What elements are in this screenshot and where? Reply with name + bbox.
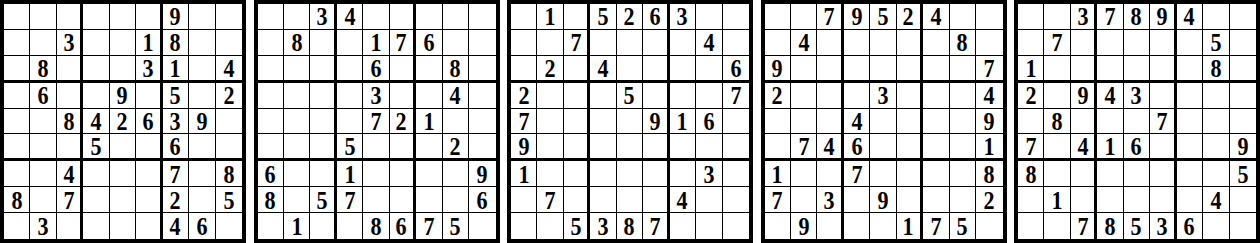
cell-r7c2[interactable] [284, 161, 310, 187]
cell-r1c6[interactable] [136, 4, 162, 30]
cell-r1c5[interactable] [363, 4, 389, 30]
cell-r7c3[interactable] [564, 161, 590, 187]
cell-r2c7[interactable] [923, 30, 949, 56]
cell-r5c4[interactable]: 4 [83, 109, 109, 135]
cell-r2c2[interactable]: 4 [791, 30, 817, 56]
cell-r9c8[interactable]: 5 [950, 213, 976, 239]
cell-r8c5[interactable] [363, 187, 389, 213]
cell-r5c5[interactable] [1124, 109, 1150, 135]
cell-r9c7[interactable] [670, 213, 696, 239]
cell-r3c5[interactable] [617, 56, 643, 83]
cell-r8c1[interactable]: 8 [258, 187, 284, 213]
cell-r4c8[interactable] [189, 83, 215, 109]
cell-r4c9[interactable]: 2 [216, 83, 242, 109]
cell-r2c6[interactable] [643, 30, 669, 56]
cell-r4c8[interactable] [950, 83, 976, 109]
cell-r3c5[interactable] [110, 56, 136, 83]
cell-r5c2[interactable] [284, 109, 310, 135]
cell-r4c4[interactable]: 4 [1097, 83, 1123, 109]
cell-r7c6[interactable] [1150, 161, 1176, 187]
cell-r3c4[interactable] [1097, 56, 1123, 83]
cell-r8c1[interactable] [511, 187, 537, 213]
cell-r3c5[interactable] [870, 56, 896, 83]
cell-r5c1[interactable] [258, 109, 284, 135]
cell-r8c9[interactable]: 6 [469, 187, 495, 213]
cell-r7c3[interactable]: 4 [57, 161, 83, 187]
cell-r2c1[interactable] [765, 30, 791, 56]
cell-r5c2[interactable] [791, 109, 817, 135]
cell-r9c4[interactable]: 8 [1097, 213, 1123, 239]
cell-r6c2[interactable]: 7 [791, 134, 817, 161]
cell-r9c6[interactable]: 6 [390, 213, 416, 239]
cell-r8c3[interactable]: 3 [817, 187, 843, 213]
cell-r9c6[interactable]: 7 [643, 213, 669, 239]
cell-r2c7[interactable] [1177, 30, 1203, 56]
cell-r7c9[interactable]: 8 [976, 161, 1002, 187]
cell-r8c4[interactable] [844, 187, 870, 213]
cell-r4c9[interactable] [469, 83, 495, 109]
cell-r2c2[interactable] [30, 30, 56, 56]
cell-r9c1[interactable] [258, 213, 284, 239]
cell-r9c1[interactable] [4, 213, 30, 239]
cell-r8c8[interactable] [189, 187, 215, 213]
cell-r2c6[interactable]: 1 [136, 30, 162, 56]
cell-r9c9[interactable] [976, 213, 1002, 239]
cell-r8c8[interactable] [443, 187, 469, 213]
cell-r5c3[interactable] [1071, 109, 1097, 135]
cell-r4c8[interactable] [1203, 83, 1229, 109]
cell-r5c8[interactable] [443, 109, 469, 135]
cell-r5c2[interactable]: 8 [1044, 109, 1070, 135]
cell-r4c9[interactable]: 4 [976, 83, 1002, 109]
cell-r9c7[interactable]: 6 [1177, 213, 1203, 239]
cell-r7c5[interactable] [1124, 161, 1150, 187]
cell-r3c1[interactable] [4, 56, 30, 83]
cell-r3c7[interactable] [670, 56, 696, 83]
cell-r7c1[interactable] [4, 161, 30, 187]
cell-r9c3[interactable]: 7 [1071, 213, 1097, 239]
cell-r7c6[interactable] [390, 161, 416, 187]
cell-r6c9[interactable]: 9 [1230, 134, 1256, 161]
cell-r3c8[interactable] [950, 56, 976, 83]
cell-r9c5[interactable] [870, 213, 896, 239]
cell-r8c4[interactable]: 7 [337, 187, 363, 213]
cell-r2c3[interactable] [310, 30, 336, 56]
cell-r6c4[interactable]: 5 [337, 134, 363, 161]
cell-r3c1[interactable] [511, 56, 537, 83]
cell-r3c1[interactable]: 9 [765, 56, 791, 83]
cell-r1c2[interactable] [284, 4, 310, 30]
cell-r4c6[interactable] [643, 83, 669, 109]
cell-r1c3[interactable]: 7 [817, 4, 843, 30]
cell-r9c9[interactable] [469, 213, 495, 239]
cell-r9c4[interactable]: 3 [590, 213, 616, 239]
cell-r2c4[interactable] [844, 30, 870, 56]
cell-r2c5[interactable] [617, 30, 643, 56]
cell-r7c8[interactable] [189, 161, 215, 187]
cell-r4c4[interactable] [337, 83, 363, 109]
cell-r5c8[interactable] [950, 109, 976, 135]
cell-r1c5[interactable] [110, 4, 136, 30]
cell-r9c8[interactable] [696, 213, 722, 239]
cell-r9c5[interactable] [110, 213, 136, 239]
cell-r2c5[interactable] [110, 30, 136, 56]
cell-r9c2[interactable] [537, 213, 563, 239]
cell-r8c7[interactable]: 2 [163, 187, 189, 213]
cell-r6c7[interactable] [1177, 134, 1203, 161]
cell-r2c6[interactable]: 7 [390, 30, 416, 56]
cell-r7c5[interactable] [110, 161, 136, 187]
cell-r5c2[interactable] [537, 109, 563, 135]
cell-r3c9[interactable]: 4 [216, 56, 242, 83]
cell-r3c8[interactable]: 8 [443, 56, 469, 83]
cell-r1c1[interactable] [4, 4, 30, 30]
cell-r7c4[interactable] [83, 161, 109, 187]
cell-r4c6[interactable] [136, 83, 162, 109]
cell-r4c1[interactable] [258, 83, 284, 109]
cell-r1c5[interactable]: 8 [1124, 4, 1150, 30]
cell-r5c3[interactable]: 8 [57, 109, 83, 135]
cell-r1c5[interactable]: 5 [870, 4, 896, 30]
cell-r5c4[interactable]: 4 [844, 109, 870, 135]
cell-r4c1[interactable]: 2 [765, 83, 791, 109]
cell-r4c2[interactable] [1044, 83, 1070, 109]
cell-r6c3[interactable] [310, 134, 336, 161]
cell-r3c2[interactable]: 2 [537, 56, 563, 83]
cell-r6c2[interactable] [284, 134, 310, 161]
cell-r4c7[interactable] [670, 83, 696, 109]
cell-r5c8[interactable]: 6 [696, 109, 722, 135]
cell-r4c2[interactable]: 6 [30, 83, 56, 109]
cell-r8c9[interactable] [1230, 187, 1256, 213]
cell-r3c6[interactable] [643, 56, 669, 83]
cell-r4c2[interactable] [284, 83, 310, 109]
cell-r3c9[interactable] [1230, 56, 1256, 83]
cell-r4c3[interactable] [564, 83, 590, 109]
cell-r5c8[interactable] [1203, 109, 1229, 135]
cell-r6c4[interactable]: 5 [83, 134, 109, 161]
cell-r8c5[interactable] [1124, 187, 1150, 213]
cell-r3c5[interactable] [1124, 56, 1150, 83]
cell-r2c3[interactable]: 7 [564, 30, 590, 56]
cell-r4c2[interactable] [537, 83, 563, 109]
cell-r6c6[interactable] [897, 134, 923, 161]
cell-r9c8[interactable] [1203, 213, 1229, 239]
cell-r9c7[interactable]: 4 [163, 213, 189, 239]
cell-r4c1[interactable]: 2 [1018, 83, 1044, 109]
cell-r2c1[interactable] [511, 30, 537, 56]
cell-r5c1[interactable]: 7 [511, 109, 537, 135]
cell-r6c8[interactable] [1203, 134, 1229, 161]
cell-r7c7[interactable] [923, 161, 949, 187]
cell-r7c2[interactable] [537, 161, 563, 187]
cell-r8c2[interactable]: 7 [537, 187, 563, 213]
cell-r4c7[interactable]: 5 [163, 83, 189, 109]
cell-r5c1[interactable] [4, 109, 30, 135]
cell-r1c2[interactable] [791, 4, 817, 30]
cell-r2c8[interactable]: 8 [950, 30, 976, 56]
cell-r1c1[interactable] [765, 4, 791, 30]
cell-r3c7[interactable] [1177, 56, 1203, 83]
cell-r8c6[interactable] [643, 187, 669, 213]
cell-r2c8[interactable] [443, 30, 469, 56]
cell-r9c5[interactable]: 8 [363, 213, 389, 239]
cell-r7c3[interactable] [817, 161, 843, 187]
cell-r9c3[interactable] [310, 213, 336, 239]
cell-r2c7[interactable] [670, 30, 696, 56]
cell-r3c3[interactable] [817, 56, 843, 83]
cell-r2c5[interactable] [870, 30, 896, 56]
cell-r2c4[interactable] [590, 30, 616, 56]
cell-r1c5[interactable]: 2 [617, 4, 643, 30]
cell-r5c9[interactable] [216, 109, 242, 135]
cell-r2c6[interactable] [1150, 30, 1176, 56]
cell-r2c9[interactable] [1230, 30, 1256, 56]
cell-r9c2[interactable] [1044, 213, 1070, 239]
cell-r9c4[interactable] [83, 213, 109, 239]
cell-r3c1[interactable] [258, 56, 284, 83]
cell-r2c7[interactable]: 8 [163, 30, 189, 56]
cell-r7c1[interactable]: 1 [511, 161, 537, 187]
cell-r6c8[interactable] [950, 134, 976, 161]
cell-r4c8[interactable] [696, 83, 722, 109]
cell-r4c5[interactable]: 3 [363, 83, 389, 109]
cell-r5c7[interactable]: 1 [670, 109, 696, 135]
cell-r2c3[interactable] [1071, 30, 1097, 56]
cell-r2c9[interactable] [976, 30, 1002, 56]
cell-r1c8[interactable] [189, 4, 215, 30]
cell-r6c2[interactable] [1044, 134, 1070, 161]
cell-r8c1[interactable] [1018, 187, 1044, 213]
cell-r2c7[interactable]: 6 [416, 30, 442, 56]
cell-r3c9[interactable]: 7 [976, 56, 1002, 83]
cell-r8c3[interactable]: 5 [310, 187, 336, 213]
cell-r9c2[interactable]: 9 [791, 213, 817, 239]
cell-r6c8[interactable] [696, 134, 722, 161]
cell-r6c5[interactable] [110, 134, 136, 161]
cell-r3c9[interactable] [469, 56, 495, 83]
cell-r8c7[interactable] [416, 187, 442, 213]
cell-r8c6[interactable] [136, 187, 162, 213]
cell-r1c8[interactable] [443, 4, 469, 30]
cell-r3c6[interactable] [897, 56, 923, 83]
cell-r4c7[interactable] [923, 83, 949, 109]
cell-r5c5[interactable]: 2 [110, 109, 136, 135]
cell-r6c3[interactable] [564, 134, 590, 161]
cell-r9c8[interactable]: 5 [443, 213, 469, 239]
cell-r7c2[interactable] [791, 161, 817, 187]
cell-r1c3[interactable] [564, 4, 590, 30]
cell-r5c8[interactable]: 9 [189, 109, 215, 135]
cell-r3c8[interactable] [696, 56, 722, 83]
cell-r7c3[interactable] [310, 161, 336, 187]
cell-r1c2[interactable] [30, 4, 56, 30]
cell-r2c4[interactable] [1097, 30, 1123, 56]
cell-r6c6[interactable] [136, 134, 162, 161]
cell-r8c5[interactable] [110, 187, 136, 213]
cell-r6c5[interactable] [617, 134, 643, 161]
cell-r5c9[interactable] [1230, 109, 1256, 135]
cell-r1c4[interactable]: 4 [337, 4, 363, 30]
cell-r8c8[interactable] [950, 187, 976, 213]
cell-r8c4[interactable] [590, 187, 616, 213]
cell-r3c7[interactable] [416, 56, 442, 83]
cell-r6c7[interactable]: 6 [163, 134, 189, 161]
cell-r5c9[interactable]: 9 [976, 109, 1002, 135]
cell-r7c7[interactable] [416, 161, 442, 187]
cell-r3c4[interactable] [337, 56, 363, 83]
cell-r4c6[interactable] [1150, 83, 1176, 109]
cell-r7c7[interactable]: 7 [163, 161, 189, 187]
cell-r3c3[interactable] [1071, 56, 1097, 83]
cell-r6c8[interactable]: 2 [443, 134, 469, 161]
cell-r7c9[interactable]: 5 [1230, 161, 1256, 187]
cell-r3c4[interactable]: 4 [590, 56, 616, 83]
cell-r5c5[interactable] [870, 109, 896, 135]
cell-r7c4[interactable] [1097, 161, 1123, 187]
cell-r4c3[interactable]: 9 [1071, 83, 1097, 109]
cell-r1c3[interactable]: 3 [1071, 4, 1097, 30]
cell-r9c3[interactable]: 5 [564, 213, 590, 239]
cell-r8c4[interactable] [83, 187, 109, 213]
cell-r3c3[interactable] [564, 56, 590, 83]
cell-r7c8[interactable] [443, 161, 469, 187]
cell-r4c4[interactable] [590, 83, 616, 109]
cell-r4c6[interactable] [897, 83, 923, 109]
cell-r9c1[interactable] [765, 213, 791, 239]
cell-r4c7[interactable] [416, 83, 442, 109]
cell-r2c4[interactable] [337, 30, 363, 56]
cell-r1c7[interactable]: 9 [163, 4, 189, 30]
cell-r4c3[interactable] [817, 83, 843, 109]
cell-r8c8[interactable] [696, 187, 722, 213]
cell-r5c6[interactable]: 9 [643, 109, 669, 135]
cell-r3c8[interactable]: 8 [1203, 56, 1229, 83]
cell-r2c6[interactable] [897, 30, 923, 56]
cell-r9c9[interactable] [1230, 213, 1256, 239]
cell-r8c2[interactable] [284, 187, 310, 213]
cell-r4c7[interactable] [1177, 83, 1203, 109]
cell-r8c4[interactable] [1097, 187, 1123, 213]
cell-r9c7[interactable]: 7 [923, 213, 949, 239]
cell-r4c3[interactable] [310, 83, 336, 109]
cell-r6c1[interactable] [4, 134, 30, 161]
cell-r6c6[interactable] [390, 134, 416, 161]
cell-r2c5[interactable] [1124, 30, 1150, 56]
cell-r3c2[interactable]: 8 [30, 56, 56, 83]
cell-r6c2[interactable] [30, 134, 56, 161]
cell-r9c2[interactable]: 3 [30, 213, 56, 239]
cell-r9c1[interactable] [511, 213, 537, 239]
cell-r1c2[interactable] [1044, 4, 1070, 30]
cell-r1c9[interactable] [469, 4, 495, 30]
cell-r5c3[interactable] [564, 109, 590, 135]
cell-r8c2[interactable] [30, 187, 56, 213]
cell-r7c4[interactable]: 7 [844, 161, 870, 187]
cell-r3c1[interactable]: 1 [1018, 56, 1044, 83]
cell-r8c1[interactable]: 7 [765, 187, 791, 213]
cell-r1c8[interactable] [696, 4, 722, 30]
cell-r3c6[interactable]: 3 [136, 56, 162, 83]
cell-r5c1[interactable] [765, 109, 791, 135]
cell-r8c9[interactable]: 2 [976, 187, 1002, 213]
cell-r8c2[interactable]: 1 [1044, 187, 1070, 213]
cell-r1c8[interactable] [1203, 4, 1229, 30]
cell-r2c9[interactable] [469, 30, 495, 56]
cell-r7c9[interactable]: 9 [469, 161, 495, 187]
cell-r4c4[interactable] [83, 83, 109, 109]
cell-r5c6[interactable]: 2 [390, 109, 416, 135]
cell-r5c4[interactable] [590, 109, 616, 135]
cell-r7c1[interactable]: 8 [1018, 161, 1044, 187]
cell-r8c6[interactable] [390, 187, 416, 213]
cell-r7c8[interactable] [950, 161, 976, 187]
cell-r6c1[interactable]: 9 [511, 134, 537, 161]
cell-r9c9[interactable] [216, 213, 242, 239]
cell-r5c3[interactable] [817, 109, 843, 135]
cell-r3c9[interactable]: 6 [723, 56, 749, 83]
cell-r9c4[interactable] [844, 213, 870, 239]
cell-r7c1[interactable]: 6 [258, 161, 284, 187]
cell-r3c2[interactable] [791, 56, 817, 83]
cell-r4c1[interactable] [4, 83, 30, 109]
cell-r7c6[interactable] [136, 161, 162, 187]
cell-r1c6[interactable]: 6 [643, 4, 669, 30]
cell-r9c7[interactable]: 7 [416, 213, 442, 239]
cell-r6c3[interactable] [57, 134, 83, 161]
cell-r8c3[interactable] [1071, 187, 1097, 213]
cell-r8c1[interactable]: 8 [4, 187, 30, 213]
cell-r8c2[interactable] [791, 187, 817, 213]
cell-r6c9[interactable] [216, 134, 242, 161]
cell-r5c6[interactable]: 7 [1150, 109, 1176, 135]
cell-r4c2[interactable] [791, 83, 817, 109]
cell-r3c4[interactable] [844, 56, 870, 83]
cell-r8c8[interactable]: 4 [1203, 187, 1229, 213]
cell-r4c5[interactable]: 3 [1124, 83, 1150, 109]
cell-r5c4[interactable] [337, 109, 363, 135]
cell-r1c6[interactable] [390, 4, 416, 30]
cell-r2c2[interactable]: 8 [284, 30, 310, 56]
cell-r1c7[interactable]: 4 [923, 4, 949, 30]
cell-r1c4[interactable]: 5 [590, 4, 616, 30]
cell-r9c6[interactable]: 1 [897, 213, 923, 239]
cell-r5c5[interactable] [617, 109, 643, 135]
cell-r6c5[interactable] [870, 134, 896, 161]
cell-r3c6[interactable] [390, 56, 416, 83]
cell-r6c6[interactable] [1150, 134, 1176, 161]
cell-r2c2[interactable]: 7 [1044, 30, 1070, 56]
cell-r4c8[interactable]: 4 [443, 83, 469, 109]
cell-r6c5[interactable]: 6 [1124, 134, 1150, 161]
cell-r3c7[interactable]: 1 [163, 56, 189, 83]
cell-r7c8[interactable]: 3 [696, 161, 722, 187]
cell-r5c2[interactable] [30, 109, 56, 135]
cell-r8c6[interactable] [897, 187, 923, 213]
cell-r5c9[interactable] [723, 109, 749, 135]
cell-r1c9[interactable] [723, 4, 749, 30]
cell-r6c1[interactable] [765, 134, 791, 161]
cell-r1c1[interactable] [511, 4, 537, 30]
cell-r2c9[interactable] [216, 30, 242, 56]
cell-r5c1[interactable] [1018, 109, 1044, 135]
cell-r9c3[interactable] [57, 213, 83, 239]
cell-r1c4[interactable]: 7 [1097, 4, 1123, 30]
cell-r8c3[interactable]: 7 [57, 187, 83, 213]
cell-r4c4[interactable] [844, 83, 870, 109]
cell-r9c5[interactable]: 5 [1124, 213, 1150, 239]
cell-r6c1[interactable] [258, 134, 284, 161]
